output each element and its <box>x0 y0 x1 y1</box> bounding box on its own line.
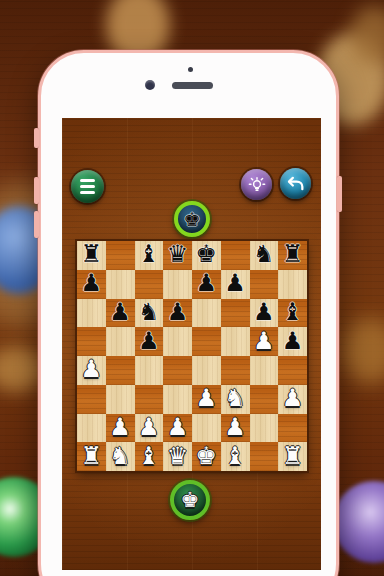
square-h8[interactable]: ♜ <box>278 241 307 270</box>
white-pawn: ♟ <box>253 329 275 353</box>
square-g6[interactable]: ♟ <box>250 299 279 328</box>
square-a5[interactable] <box>77 327 106 356</box>
square-c4[interactable] <box>135 356 164 385</box>
square-g3[interactable] <box>250 385 279 414</box>
square-d4[interactable] <box>163 356 192 385</box>
black-pawn: ♟ <box>224 271 246 295</box>
square-f2[interactable]: ♟ <box>221 414 250 443</box>
white-king: ♚ <box>196 444 218 468</box>
black-pawn: ♟ <box>253 300 275 324</box>
square-f4[interactable] <box>221 356 250 385</box>
hamburger-menu-icon <box>80 179 95 194</box>
phone-earpiece-speaker <box>172 82 213 89</box>
square-b2[interactable]: ♟ <box>106 414 135 443</box>
square-d1[interactable]: ♛ <box>163 442 192 471</box>
black-pawn: ♟ <box>167 300 189 324</box>
white-king-icon: ♚ <box>181 490 200 511</box>
square-b1[interactable]: ♞ <box>106 442 135 471</box>
square-b5[interactable] <box>106 327 135 356</box>
white-pawn: ♟ <box>196 386 218 410</box>
square-e3[interactable]: ♟ <box>192 385 221 414</box>
black-queen: ♛ <box>167 242 189 266</box>
black-knight: ♞ <box>138 300 160 324</box>
square-e4[interactable] <box>192 356 221 385</box>
square-d6[interactable]: ♟ <box>163 299 192 328</box>
black-bishop: ♝ <box>282 300 304 324</box>
chess-board: ♜♝♛♚♞♜♟♟♟♟♞♟♟♝♟♟♟♟♟♞♟♟♟♟♟♜♞♝♛♚♝♜ <box>77 241 307 471</box>
black-king: ♚ <box>196 242 218 266</box>
phone-front-camera <box>145 80 155 90</box>
white-bishop: ♝ <box>224 444 246 468</box>
square-d5[interactable] <box>163 327 192 356</box>
black-bishop: ♝ <box>138 242 160 266</box>
square-a2[interactable] <box>77 414 106 443</box>
square-g5[interactable]: ♟ <box>250 327 279 356</box>
square-a6[interactable] <box>77 299 106 328</box>
black-pawn: ♟ <box>109 300 131 324</box>
square-h7[interactable] <box>278 270 307 299</box>
white-bishop: ♝ <box>138 444 160 468</box>
square-g8[interactable]: ♞ <box>250 241 279 270</box>
scene: ♚ ♜♝♛♚♞♜♟♟♟♟♞♟♟♝♟♟♟♟♟♞♟♟♟♟♟♜♞♝♛♚♝♜ ♚ <box>0 0 384 576</box>
square-h3[interactable]: ♟ <box>278 385 307 414</box>
white-pawn: ♟ <box>81 357 103 381</box>
square-g1[interactable] <box>250 442 279 471</box>
square-g2[interactable] <box>250 414 279 443</box>
square-e8[interactable]: ♚ <box>192 241 221 270</box>
white-rook: ♜ <box>282 444 304 468</box>
square-c1[interactable]: ♝ <box>135 442 164 471</box>
square-a7[interactable]: ♟ <box>77 270 106 299</box>
white-knight: ♞ <box>224 386 246 410</box>
black-knight: ♞ <box>253 242 275 266</box>
square-b7[interactable] <box>106 270 135 299</box>
square-b6[interactable]: ♟ <box>106 299 135 328</box>
white-pawn: ♟ <box>167 415 189 439</box>
square-h1[interactable]: ♜ <box>278 442 307 471</box>
square-f5[interactable] <box>221 327 250 356</box>
white-rook: ♜ <box>81 444 103 468</box>
white-knight: ♞ <box>109 444 131 468</box>
phone-sensor-dot <box>188 67 193 72</box>
square-e2[interactable] <box>192 414 221 443</box>
white-pawn: ♟ <box>109 415 131 439</box>
lightbulb-icon <box>247 175 267 195</box>
square-d7[interactable] <box>163 270 192 299</box>
square-f7[interactable]: ♟ <box>221 270 250 299</box>
square-c8[interactable]: ♝ <box>135 241 164 270</box>
white-pawn: ♟ <box>224 415 246 439</box>
square-f8[interactable] <box>221 241 250 270</box>
black-pawn: ♟ <box>138 329 160 353</box>
square-a1[interactable]: ♜ <box>77 442 106 471</box>
app-screen: ♚ ♜♝♛♚♞♜♟♟♟♟♞♟♟♝♟♟♟♟♟♞♟♟♟♟♟♜♞♝♛♚♝♜ ♚ <box>62 118 321 570</box>
square-c2[interactable]: ♟ <box>135 414 164 443</box>
square-e1[interactable]: ♚ <box>192 442 221 471</box>
square-b4[interactable] <box>106 356 135 385</box>
square-d8[interactable]: ♛ <box>163 241 192 270</box>
square-d3[interactable] <box>163 385 192 414</box>
square-f6[interactable] <box>221 299 250 328</box>
menu-button[interactable] <box>71 170 104 203</box>
square-e7[interactable]: ♟ <box>192 270 221 299</box>
square-a8[interactable]: ♜ <box>77 241 106 270</box>
square-f1[interactable]: ♝ <box>221 442 250 471</box>
square-b3[interactable] <box>106 385 135 414</box>
square-f3[interactable]: ♞ <box>221 385 250 414</box>
black-pawn: ♟ <box>81 271 103 295</box>
black-pawn: ♟ <box>196 271 218 295</box>
square-h2[interactable] <box>278 414 307 443</box>
square-c3[interactable] <box>135 385 164 414</box>
square-e5[interactable] <box>192 327 221 356</box>
square-b8[interactable] <box>106 241 135 270</box>
square-h5[interactable]: ♟ <box>278 327 307 356</box>
bottom-player-badge: ♚ <box>170 480 210 520</box>
square-e6[interactable] <box>192 299 221 328</box>
square-a3[interactable] <box>77 385 106 414</box>
white-pawn: ♟ <box>138 415 160 439</box>
square-g7[interactable] <box>250 270 279 299</box>
undo-button[interactable] <box>280 168 311 199</box>
square-h4[interactable] <box>278 356 307 385</box>
phone-mute-switch <box>34 128 39 148</box>
phone-power-button <box>337 176 342 212</box>
white-pawn: ♟ <box>282 386 304 410</box>
hint-button[interactable] <box>241 169 272 200</box>
phone-volume-down-button <box>34 211 39 238</box>
phone-volume-up-button <box>34 177 39 204</box>
white-queen: ♛ <box>167 444 189 468</box>
square-d2[interactable]: ♟ <box>163 414 192 443</box>
square-g4[interactable] <box>250 356 279 385</box>
black-king-icon: ♚ <box>183 210 200 229</box>
undo-arrow-icon <box>286 174 306 194</box>
square-c6[interactable]: ♞ <box>135 299 164 328</box>
square-c5[interactable]: ♟ <box>135 327 164 356</box>
blurred-purple-ball <box>333 481 384 563</box>
opponent-player-badge: ♚ <box>174 201 210 237</box>
black-rook: ♜ <box>81 242 103 266</box>
black-pawn: ♟ <box>282 329 304 353</box>
square-a4[interactable]: ♟ <box>77 356 106 385</box>
black-rook: ♜ <box>282 242 304 266</box>
blurred-object-right <box>342 318 384 384</box>
square-h6[interactable]: ♝ <box>278 299 307 328</box>
square-c7[interactable] <box>135 270 164 299</box>
